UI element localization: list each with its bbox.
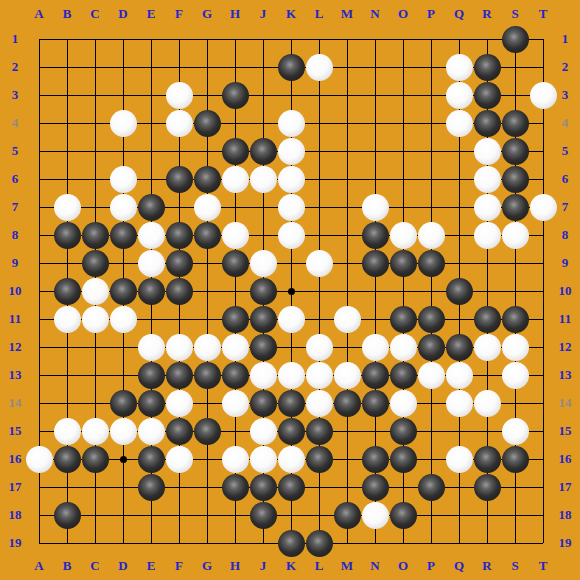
intersection-Q9[interactable] [445, 249, 473, 277]
intersection-H4[interactable] [221, 109, 249, 137]
intersection-B7[interactable] [53, 193, 81, 221]
intersection-E6[interactable] [137, 165, 165, 193]
intersection-S7[interactable] [501, 193, 529, 221]
intersection-S16[interactable] [501, 445, 529, 473]
intersection-M17[interactable] [333, 473, 361, 501]
intersection-C15[interactable] [81, 417, 109, 445]
intersection-J9[interactable] [249, 249, 277, 277]
intersection-L8[interactable] [305, 221, 333, 249]
intersection-O13[interactable] [389, 361, 417, 389]
intersection-H7[interactable] [221, 193, 249, 221]
intersection-C6[interactable] [81, 165, 109, 193]
intersection-E11[interactable] [137, 305, 165, 333]
intersection-L16[interactable] [305, 445, 333, 473]
intersection-K7[interactable] [277, 193, 305, 221]
intersection-R7[interactable] [473, 193, 501, 221]
intersection-P2[interactable] [417, 53, 445, 81]
intersection-P13[interactable] [417, 361, 445, 389]
intersection-B18[interactable] [53, 501, 81, 529]
intersection-S5[interactable] [501, 137, 529, 165]
intersection-G11[interactable] [193, 305, 221, 333]
intersection-N16[interactable] [361, 445, 389, 473]
intersection-F18[interactable] [165, 501, 193, 529]
intersection-C9[interactable] [81, 249, 109, 277]
intersection-H12[interactable] [221, 333, 249, 361]
intersection-D7[interactable] [109, 193, 137, 221]
intersection-J13[interactable] [249, 361, 277, 389]
intersection-M4[interactable] [333, 109, 361, 137]
intersection-P12[interactable] [417, 333, 445, 361]
intersection-B16[interactable] [53, 445, 81, 473]
intersection-F15[interactable] [165, 417, 193, 445]
intersection-N13[interactable] [361, 361, 389, 389]
intersection-Q1[interactable] [445, 25, 473, 53]
intersection-L14[interactable] [305, 389, 333, 417]
intersection-N5[interactable] [361, 137, 389, 165]
intersection-E8[interactable] [137, 221, 165, 249]
intersection-T5[interactable] [529, 137, 557, 165]
intersection-D4[interactable] [109, 109, 137, 137]
intersection-L1[interactable] [305, 25, 333, 53]
intersection-E7[interactable] [137, 193, 165, 221]
intersection-F4[interactable] [165, 109, 193, 137]
intersection-D8[interactable] [109, 221, 137, 249]
intersection-D2[interactable] [109, 53, 137, 81]
intersection-G15[interactable] [193, 417, 221, 445]
intersection-K15[interactable] [277, 417, 305, 445]
intersection-B4[interactable] [53, 109, 81, 137]
intersection-S17[interactable] [501, 473, 529, 501]
intersection-S4[interactable] [501, 109, 529, 137]
intersection-A18[interactable] [25, 501, 53, 529]
intersection-N6[interactable] [361, 165, 389, 193]
intersection-L4[interactable] [305, 109, 333, 137]
intersection-O10[interactable] [389, 277, 417, 305]
intersection-L15[interactable] [305, 417, 333, 445]
intersection-C16[interactable] [81, 445, 109, 473]
intersection-L12[interactable] [305, 333, 333, 361]
intersection-B13[interactable] [53, 361, 81, 389]
intersection-M3[interactable] [333, 81, 361, 109]
intersection-T8[interactable] [529, 221, 557, 249]
intersection-M5[interactable] [333, 137, 361, 165]
intersection-E5[interactable] [137, 137, 165, 165]
intersection-F9[interactable] [165, 249, 193, 277]
intersection-H17[interactable] [221, 473, 249, 501]
intersection-O4[interactable] [389, 109, 417, 137]
intersection-E10[interactable] [137, 277, 165, 305]
intersection-J16[interactable] [249, 445, 277, 473]
intersection-J4[interactable] [249, 109, 277, 137]
intersection-G10[interactable] [193, 277, 221, 305]
intersection-B6[interactable] [53, 165, 81, 193]
intersection-B14[interactable] [53, 389, 81, 417]
intersection-D14[interactable] [109, 389, 137, 417]
intersection-A19[interactable] [25, 529, 53, 557]
intersection-N10[interactable] [361, 277, 389, 305]
intersection-O14[interactable] [389, 389, 417, 417]
intersection-Q19[interactable] [445, 529, 473, 557]
intersection-O6[interactable] [389, 165, 417, 193]
intersection-M11[interactable] [333, 305, 361, 333]
intersection-S19[interactable] [501, 529, 529, 557]
intersection-K18[interactable] [277, 501, 305, 529]
intersection-F12[interactable] [165, 333, 193, 361]
intersection-F13[interactable] [165, 361, 193, 389]
intersection-T1[interactable] [529, 25, 557, 53]
intersection-A8[interactable] [25, 221, 53, 249]
intersection-E16[interactable] [137, 445, 165, 473]
intersection-P8[interactable] [417, 221, 445, 249]
intersection-C13[interactable] [81, 361, 109, 389]
intersection-H3[interactable] [221, 81, 249, 109]
intersection-O11[interactable] [389, 305, 417, 333]
intersection-Q8[interactable] [445, 221, 473, 249]
intersection-C18[interactable] [81, 501, 109, 529]
intersection-Q12[interactable] [445, 333, 473, 361]
intersection-C5[interactable] [81, 137, 109, 165]
intersection-P7[interactable] [417, 193, 445, 221]
intersection-M6[interactable] [333, 165, 361, 193]
intersection-D18[interactable] [109, 501, 137, 529]
intersection-T10[interactable] [529, 277, 557, 305]
intersection-Q13[interactable] [445, 361, 473, 389]
intersection-O19[interactable] [389, 529, 417, 557]
intersection-A13[interactable] [25, 361, 53, 389]
intersection-O16[interactable] [389, 445, 417, 473]
intersection-P6[interactable] [417, 165, 445, 193]
intersection-R15[interactable] [473, 417, 501, 445]
intersection-O3[interactable] [389, 81, 417, 109]
intersection-S3[interactable] [501, 81, 529, 109]
intersection-N1[interactable] [361, 25, 389, 53]
intersection-K11[interactable] [277, 305, 305, 333]
intersection-N8[interactable] [361, 221, 389, 249]
intersection-F17[interactable] [165, 473, 193, 501]
intersection-B11[interactable] [53, 305, 81, 333]
intersection-N2[interactable] [361, 53, 389, 81]
intersection-B19[interactable] [53, 529, 81, 557]
intersection-M19[interactable] [333, 529, 361, 557]
intersection-J2[interactable] [249, 53, 277, 81]
intersection-C2[interactable] [81, 53, 109, 81]
intersection-N14[interactable] [361, 389, 389, 417]
intersection-H16[interactable] [221, 445, 249, 473]
intersection-J14[interactable] [249, 389, 277, 417]
intersection-T2[interactable] [529, 53, 557, 81]
intersection-N19[interactable] [361, 529, 389, 557]
intersection-S2[interactable] [501, 53, 529, 81]
intersection-G18[interactable] [193, 501, 221, 529]
intersection-D12[interactable] [109, 333, 137, 361]
intersection-C4[interactable] [81, 109, 109, 137]
intersection-M10[interactable] [333, 277, 361, 305]
intersection-E14[interactable] [137, 389, 165, 417]
intersection-R5[interactable] [473, 137, 501, 165]
intersection-J8[interactable] [249, 221, 277, 249]
intersection-A3[interactable] [25, 81, 53, 109]
intersection-A15[interactable] [25, 417, 53, 445]
intersection-L3[interactable] [305, 81, 333, 109]
intersection-R1[interactable] [473, 25, 501, 53]
intersection-C3[interactable] [81, 81, 109, 109]
intersection-E3[interactable] [137, 81, 165, 109]
intersection-A17[interactable] [25, 473, 53, 501]
intersection-E19[interactable] [137, 529, 165, 557]
intersection-F1[interactable] [165, 25, 193, 53]
intersection-G8[interactable] [193, 221, 221, 249]
intersection-H15[interactable] [221, 417, 249, 445]
intersection-P9[interactable] [417, 249, 445, 277]
intersection-R10[interactable] [473, 277, 501, 305]
intersection-D9[interactable] [109, 249, 137, 277]
intersection-L18[interactable] [305, 501, 333, 529]
intersection-B2[interactable] [53, 53, 81, 81]
intersection-A10[interactable] [25, 277, 53, 305]
intersection-K9[interactable] [277, 249, 305, 277]
intersection-F2[interactable] [165, 53, 193, 81]
intersection-J15[interactable] [249, 417, 277, 445]
intersection-L13[interactable] [305, 361, 333, 389]
intersection-S10[interactable] [501, 277, 529, 305]
intersection-B12[interactable] [53, 333, 81, 361]
intersection-E12[interactable] [137, 333, 165, 361]
intersection-A7[interactable] [25, 193, 53, 221]
intersection-C10[interactable] [81, 277, 109, 305]
intersection-N18[interactable] [361, 501, 389, 529]
intersection-R4[interactable] [473, 109, 501, 137]
intersection-K17[interactable] [277, 473, 305, 501]
intersection-H6[interactable] [221, 165, 249, 193]
intersection-Q11[interactable] [445, 305, 473, 333]
intersection-G14[interactable] [193, 389, 221, 417]
intersection-H19[interactable] [221, 529, 249, 557]
intersection-T19[interactable] [529, 529, 557, 557]
intersection-Q3[interactable] [445, 81, 473, 109]
intersection-R3[interactable] [473, 81, 501, 109]
intersection-D19[interactable] [109, 529, 137, 557]
intersection-M7[interactable] [333, 193, 361, 221]
intersection-J18[interactable] [249, 501, 277, 529]
intersection-A9[interactable] [25, 249, 53, 277]
intersection-G17[interactable] [193, 473, 221, 501]
intersection-D16[interactable] [109, 445, 137, 473]
intersection-F6[interactable] [165, 165, 193, 193]
intersection-D5[interactable] [109, 137, 137, 165]
intersection-S1[interactable] [501, 25, 529, 53]
intersection-G12[interactable] [193, 333, 221, 361]
intersection-E13[interactable] [137, 361, 165, 389]
intersection-P10[interactable] [417, 277, 445, 305]
intersection-Q15[interactable] [445, 417, 473, 445]
intersection-G16[interactable] [193, 445, 221, 473]
intersection-G3[interactable] [193, 81, 221, 109]
intersection-H13[interactable] [221, 361, 249, 389]
intersection-F14[interactable] [165, 389, 193, 417]
intersection-Q16[interactable] [445, 445, 473, 473]
intersection-T6[interactable] [529, 165, 557, 193]
intersection-S8[interactable] [501, 221, 529, 249]
intersection-K13[interactable] [277, 361, 305, 389]
intersection-G4[interactable] [193, 109, 221, 137]
intersection-J10[interactable] [249, 277, 277, 305]
intersection-A2[interactable] [25, 53, 53, 81]
intersection-P1[interactable] [417, 25, 445, 53]
intersection-N12[interactable] [361, 333, 389, 361]
intersection-Q4[interactable] [445, 109, 473, 137]
intersection-A5[interactable] [25, 137, 53, 165]
intersection-L7[interactable] [305, 193, 333, 221]
intersection-K5[interactable] [277, 137, 305, 165]
intersection-T11[interactable] [529, 305, 557, 333]
intersection-O15[interactable] [389, 417, 417, 445]
intersection-G13[interactable] [193, 361, 221, 389]
intersection-M1[interactable] [333, 25, 361, 53]
intersection-H2[interactable] [221, 53, 249, 81]
intersection-C17[interactable] [81, 473, 109, 501]
intersection-S12[interactable] [501, 333, 529, 361]
intersection-B1[interactable] [53, 25, 81, 53]
intersection-B15[interactable] [53, 417, 81, 445]
intersection-L10[interactable] [305, 277, 333, 305]
intersection-K19[interactable] [277, 529, 305, 557]
intersection-M12[interactable] [333, 333, 361, 361]
intersection-J3[interactable] [249, 81, 277, 109]
intersection-F11[interactable] [165, 305, 193, 333]
intersection-J11[interactable] [249, 305, 277, 333]
intersection-P3[interactable] [417, 81, 445, 109]
intersection-C12[interactable] [81, 333, 109, 361]
intersection-S13[interactable] [501, 361, 529, 389]
intersection-D15[interactable] [109, 417, 137, 445]
intersection-R17[interactable] [473, 473, 501, 501]
intersection-M16[interactable] [333, 445, 361, 473]
intersection-P5[interactable] [417, 137, 445, 165]
intersection-D6[interactable] [109, 165, 137, 193]
intersection-K8[interactable] [277, 221, 305, 249]
intersection-E17[interactable] [137, 473, 165, 501]
intersection-T7[interactable] [529, 193, 557, 221]
intersection-R8[interactable] [473, 221, 501, 249]
intersection-P4[interactable] [417, 109, 445, 137]
intersection-O12[interactable] [389, 333, 417, 361]
intersection-T12[interactable] [529, 333, 557, 361]
intersection-N11[interactable] [361, 305, 389, 333]
intersection-D1[interactable] [109, 25, 137, 53]
intersection-K10[interactable] [277, 277, 305, 305]
intersection-J6[interactable] [249, 165, 277, 193]
intersection-K6[interactable] [277, 165, 305, 193]
intersection-P18[interactable] [417, 501, 445, 529]
intersection-A14[interactable] [25, 389, 53, 417]
intersection-C8[interactable] [81, 221, 109, 249]
intersection-B5[interactable] [53, 137, 81, 165]
intersection-P11[interactable] [417, 305, 445, 333]
intersection-Q7[interactable] [445, 193, 473, 221]
intersection-L9[interactable] [305, 249, 333, 277]
intersection-G9[interactable] [193, 249, 221, 277]
intersection-E15[interactable] [137, 417, 165, 445]
intersection-G6[interactable] [193, 165, 221, 193]
intersection-C11[interactable] [81, 305, 109, 333]
intersection-R19[interactable] [473, 529, 501, 557]
intersection-G7[interactable] [193, 193, 221, 221]
intersection-R2[interactable] [473, 53, 501, 81]
intersection-F3[interactable] [165, 81, 193, 109]
intersection-F8[interactable] [165, 221, 193, 249]
intersection-J1[interactable] [249, 25, 277, 53]
intersection-H1[interactable] [221, 25, 249, 53]
intersection-J17[interactable] [249, 473, 277, 501]
intersection-R16[interactable] [473, 445, 501, 473]
intersection-P19[interactable] [417, 529, 445, 557]
intersection-S14[interactable] [501, 389, 529, 417]
intersection-T14[interactable] [529, 389, 557, 417]
intersection-T16[interactable] [529, 445, 557, 473]
intersection-M15[interactable] [333, 417, 361, 445]
intersection-G5[interactable] [193, 137, 221, 165]
intersection-Q17[interactable] [445, 473, 473, 501]
intersection-O5[interactable] [389, 137, 417, 165]
intersection-R11[interactable] [473, 305, 501, 333]
intersection-M14[interactable] [333, 389, 361, 417]
intersection-M2[interactable] [333, 53, 361, 81]
intersection-G1[interactable] [193, 25, 221, 53]
intersection-O18[interactable] [389, 501, 417, 529]
intersection-K1[interactable] [277, 25, 305, 53]
intersection-S11[interactable] [501, 305, 529, 333]
intersection-E1[interactable] [137, 25, 165, 53]
intersection-R14[interactable] [473, 389, 501, 417]
intersection-B10[interactable] [53, 277, 81, 305]
intersection-D11[interactable] [109, 305, 137, 333]
intersection-E4[interactable] [137, 109, 165, 137]
intersection-J19[interactable] [249, 529, 277, 557]
intersection-H9[interactable] [221, 249, 249, 277]
intersection-M9[interactable] [333, 249, 361, 277]
intersection-A4[interactable] [25, 109, 53, 137]
intersection-C19[interactable] [81, 529, 109, 557]
intersection-T4[interactable] [529, 109, 557, 137]
intersection-O9[interactable] [389, 249, 417, 277]
intersection-F10[interactable] [165, 277, 193, 305]
intersection-Q6[interactable] [445, 165, 473, 193]
intersection-Q5[interactable] [445, 137, 473, 165]
intersection-S6[interactable] [501, 165, 529, 193]
intersection-K12[interactable] [277, 333, 305, 361]
intersection-Q2[interactable] [445, 53, 473, 81]
intersection-R9[interactable] [473, 249, 501, 277]
intersection-A11[interactable] [25, 305, 53, 333]
intersection-T3[interactable] [529, 81, 557, 109]
intersection-C7[interactable] [81, 193, 109, 221]
intersection-O7[interactable] [389, 193, 417, 221]
intersection-B9[interactable] [53, 249, 81, 277]
intersection-T15[interactable] [529, 417, 557, 445]
intersection-J5[interactable] [249, 137, 277, 165]
intersection-E18[interactable] [137, 501, 165, 529]
intersection-T18[interactable] [529, 501, 557, 529]
intersection-O2[interactable] [389, 53, 417, 81]
intersection-G19[interactable] [193, 529, 221, 557]
intersection-K3[interactable] [277, 81, 305, 109]
intersection-P17[interactable] [417, 473, 445, 501]
intersection-P15[interactable] [417, 417, 445, 445]
intersection-Q18[interactable] [445, 501, 473, 529]
intersection-K4[interactable] [277, 109, 305, 137]
intersection-O17[interactable] [389, 473, 417, 501]
intersection-P16[interactable] [417, 445, 445, 473]
